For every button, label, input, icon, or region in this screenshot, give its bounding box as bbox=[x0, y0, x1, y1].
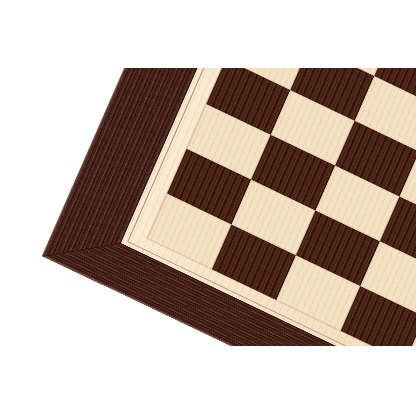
chess-board bbox=[42, 68, 416, 346]
product-photo bbox=[0, 0, 416, 416]
photo-crop-band bbox=[0, 68, 416, 346]
